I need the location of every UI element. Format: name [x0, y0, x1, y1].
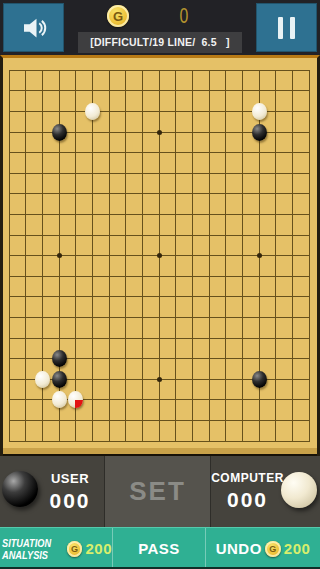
- difficulty-label: [DIFFICULT/19 LINE/ 6.5 ]: [78, 32, 242, 53]
- set-label: SET: [129, 476, 186, 507]
- user-label: USER: [51, 471, 89, 486]
- coin-letter: G: [113, 9, 123, 24]
- board-grid-line: [9, 70, 310, 71]
- stone-black: [52, 371, 67, 388]
- star-point: [57, 253, 62, 258]
- user-panel: USER 000: [0, 456, 105, 527]
- analysis-cost: 200: [85, 540, 112, 557]
- stone-white: [68, 391, 83, 408]
- stone-white: [52, 391, 67, 408]
- board-grid-line: [9, 338, 310, 339]
- header-bar: G 0 [DIFFICULT/19 LINE/ 6.5 ]: [0, 0, 320, 55]
- stone-black: [252, 371, 267, 388]
- board-grid-line: [75, 70, 76, 442]
- pause-icon: [278, 17, 295, 39]
- situation-analysis-label: SITUATION ANALYSIS: [2, 537, 56, 561]
- coin-balance: 0: [172, 3, 195, 29]
- coin-letter: G: [71, 544, 78, 554]
- board-grid-line: [9, 420, 310, 421]
- speaker-icon: [19, 13, 49, 43]
- board-grid-line: [92, 70, 93, 442]
- board-grid-line: [9, 152, 310, 153]
- score-panel: USER 000 SET COMPUTER 000: [0, 456, 320, 527]
- board-grid-line: [9, 317, 310, 318]
- last-move-marker: [75, 400, 83, 409]
- board-grid-line: [9, 235, 310, 236]
- board-grid-line: [9, 276, 310, 277]
- board-grid-line: [25, 70, 26, 442]
- board-grid-line: [209, 70, 210, 442]
- board-grid-line: [142, 70, 143, 442]
- board-grid-line: [292, 70, 293, 442]
- undo-cost: 200: [284, 540, 311, 557]
- board-grid-line: [9, 173, 310, 174]
- board-bottom-bevel: [3, 448, 317, 456]
- stone-black: [252, 124, 267, 141]
- go-app-screen: G 0 [DIFFICULT/19 LINE/ 6.5 ] USER 000 S…: [0, 0, 320, 569]
- stone-black: [52, 350, 67, 367]
- user-score: 000: [49, 489, 90, 513]
- user-stone-black: [2, 471, 38, 507]
- pause-button[interactable]: [256, 3, 317, 52]
- coin-letter: G: [269, 544, 276, 554]
- undo-button[interactable]: UNDO G 200: [206, 528, 320, 569]
- board-grid-line: [9, 441, 310, 442]
- board-grid-line: [9, 214, 310, 215]
- situation-analysis-button[interactable]: SITUATION ANALYSIS G 200: [0, 528, 113, 569]
- board-grid-line: [9, 296, 310, 297]
- star-point: [157, 377, 162, 382]
- stone-white: [252, 103, 267, 120]
- pass-label: PASS: [138, 540, 180, 557]
- coin-icon: G: [67, 541, 83, 557]
- board-grid-line: [9, 70, 10, 442]
- pass-button[interactable]: PASS: [113, 528, 206, 569]
- stone-black: [52, 124, 67, 141]
- set-button[interactable]: SET: [105, 456, 210, 527]
- board-grid-line: [275, 70, 276, 442]
- stone-white: [35, 371, 50, 388]
- analysis-line1: SITUATION: [2, 537, 56, 549]
- board-grid-line: [242, 70, 243, 442]
- action-bar: SITUATION ANALYSIS G 200 PASS UNDO G 200: [0, 527, 320, 569]
- star-point: [157, 130, 162, 135]
- board-grid-line: [9, 90, 310, 91]
- undo-label: UNDO: [216, 540, 262, 557]
- analysis-line2: ANALYSIS: [2, 549, 56, 561]
- board-grid-line: [192, 70, 193, 442]
- board-grid-line: [309, 70, 310, 442]
- board-grid-line: [109, 70, 110, 442]
- computer-score: 000: [227, 488, 268, 512]
- board[interactable]: [0, 55, 320, 456]
- coin-icon: G: [107, 5, 129, 27]
- board-grid-line: [175, 70, 176, 442]
- star-point: [157, 253, 162, 258]
- stone-white: [85, 103, 100, 120]
- star-point: [257, 253, 262, 258]
- coin-icon: G: [265, 541, 281, 557]
- computer-label: COMPUTER: [211, 471, 284, 485]
- board-grid-line: [225, 70, 226, 442]
- computer-panel: COMPUTER 000: [210, 456, 320, 527]
- board-grid-line: [9, 193, 310, 194]
- board-grid-line: [125, 70, 126, 442]
- computer-stone-white: [281, 472, 317, 508]
- sound-button[interactable]: [3, 3, 64, 52]
